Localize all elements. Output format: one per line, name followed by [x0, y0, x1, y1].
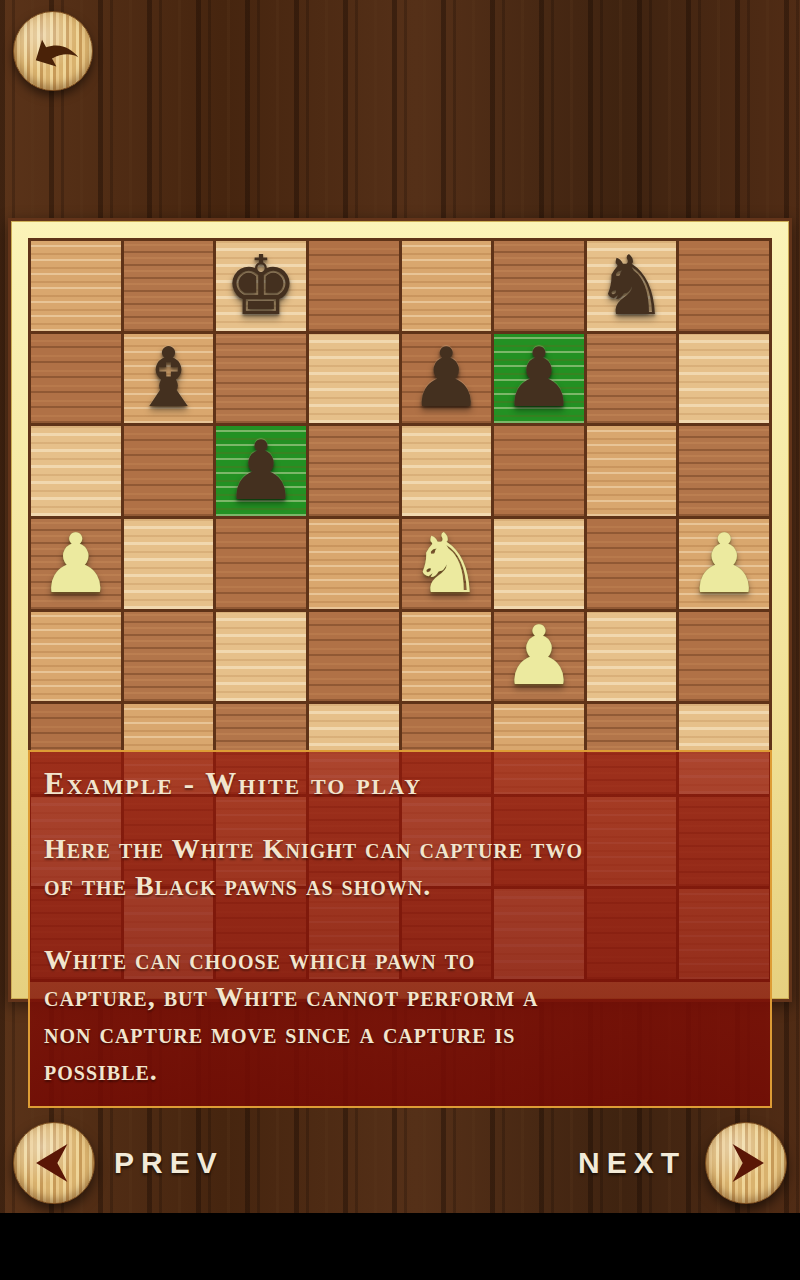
- square-e4: [402, 612, 492, 702]
- square-f7: ♟: [494, 334, 584, 424]
- square-h8: [679, 241, 769, 331]
- panel-heading: Example - White to play: [44, 765, 756, 802]
- square-h7: [679, 334, 769, 424]
- prev-label[interactable]: PREV: [114, 1146, 224, 1180]
- square-b8: [124, 241, 214, 331]
- right-arrow-icon: [718, 1135, 774, 1191]
- square-d5: [309, 519, 399, 609]
- panel-paragraph-1: Here the White Knight can capture two of…: [44, 830, 756, 904]
- square-d6: [309, 426, 399, 516]
- black-pawn: ♟: [224, 430, 298, 512]
- square-a6: [31, 426, 121, 516]
- square-g8: ♞: [587, 241, 677, 331]
- black-pawn: ♟: [502, 337, 576, 419]
- next-nav-group: NEXT: [559, 1122, 787, 1204]
- square-d7: [309, 334, 399, 424]
- undo-arrow-icon: [18, 16, 88, 86]
- prev-nav-group: PREV: [13, 1122, 243, 1204]
- square-b6: [124, 426, 214, 516]
- square-c4: [216, 612, 306, 702]
- next-label[interactable]: NEXT: [578, 1146, 686, 1180]
- square-g7: [587, 334, 677, 424]
- square-b7: ♝: [124, 334, 214, 424]
- square-c8: ♚: [216, 241, 306, 331]
- app-screen: ♚♞♝♟♟♟♟♞♟♟ Example - White to play Here …: [0, 0, 800, 1280]
- white-knight: ♞: [410, 523, 484, 605]
- square-d8: [309, 241, 399, 331]
- square-f4: ♟: [494, 612, 584, 702]
- white-pawn: ♟: [502, 615, 576, 697]
- bottom-nav: PREV NEXT: [0, 1118, 800, 1208]
- square-c7: [216, 334, 306, 424]
- square-g4: [587, 612, 677, 702]
- square-h6: [679, 426, 769, 516]
- square-c6: ♟: [216, 426, 306, 516]
- tutorial-text-panel: Example - White to play Here the White K…: [28, 750, 772, 1108]
- square-f8: [494, 241, 584, 331]
- left-arrow-icon: [26, 1135, 82, 1191]
- black-bishop: ♝: [132, 337, 206, 419]
- prev-button[interactable]: [13, 1122, 95, 1204]
- square-b5: [124, 519, 214, 609]
- black-knight: ♞: [595, 245, 669, 327]
- square-e8: [402, 241, 492, 331]
- square-a7: [31, 334, 121, 424]
- back-button[interactable]: [13, 11, 93, 91]
- black-king: ♚: [224, 245, 298, 327]
- square-b4: [124, 612, 214, 702]
- square-f5: [494, 519, 584, 609]
- square-g5: [587, 519, 677, 609]
- square-h4: [679, 612, 769, 702]
- system-nav-bar: [0, 1213, 800, 1280]
- panel-paragraph-2: White can choose which pawn to capture, …: [44, 941, 756, 1089]
- white-pawn: ♟: [39, 523, 113, 605]
- square-c5: [216, 519, 306, 609]
- square-a5: ♟: [31, 519, 121, 609]
- square-h5: ♟: [679, 519, 769, 609]
- square-g6: [587, 426, 677, 516]
- white-pawn: ♟: [687, 523, 761, 605]
- square-e7: ♟: [402, 334, 492, 424]
- square-d4: [309, 612, 399, 702]
- square-f6: [494, 426, 584, 516]
- square-e5: ♞: [402, 519, 492, 609]
- black-pawn: ♟: [410, 337, 484, 419]
- square-e6: [402, 426, 492, 516]
- next-button[interactable]: [705, 1122, 787, 1204]
- square-a8: [31, 241, 121, 331]
- square-a4: [31, 612, 121, 702]
